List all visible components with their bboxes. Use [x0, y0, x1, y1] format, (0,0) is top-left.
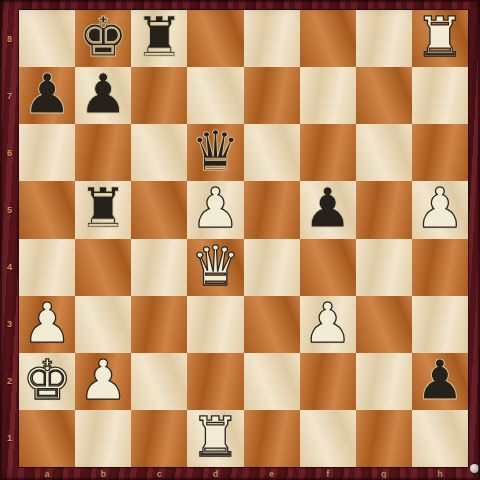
square-a8[interactable] [19, 10, 75, 67]
piece-white-pawn[interactable]: ♟ [415, 181, 464, 236]
square-b2[interactable]: ♟ [75, 353, 131, 410]
square-f6[interactable] [300, 124, 356, 181]
square-f2[interactable] [300, 353, 356, 410]
file-label-e: e [244, 467, 300, 480]
white-to-move-indicator [470, 464, 479, 473]
file-label-c: c [131, 467, 187, 480]
square-g3[interactable] [356, 296, 412, 353]
square-d3[interactable] [187, 296, 243, 353]
square-c2[interactable] [131, 353, 187, 410]
piece-black-pawn[interactable]: ♟ [415, 353, 464, 408]
square-b8[interactable]: ♚ [75, 10, 131, 67]
square-f7[interactable] [300, 67, 356, 124]
piece-black-pawn[interactable]: ♟ [22, 67, 71, 122]
square-e8[interactable] [244, 10, 300, 67]
rank-label-2: 2 [0, 353, 19, 410]
square-b1[interactable] [75, 410, 131, 467]
rank-label-6: 6 [0, 124, 19, 181]
piece-white-pawn[interactable]: ♟ [303, 296, 352, 351]
square-d4[interactable]: ♛ [187, 239, 243, 296]
piece-black-king[interactable]: ♚ [79, 10, 128, 65]
square-e6[interactable] [244, 124, 300, 181]
square-h6[interactable] [412, 124, 468, 181]
rank-labels: 87654321 [0, 10, 19, 467]
file-label-d: d [187, 467, 243, 480]
square-b7[interactable]: ♟ [75, 67, 131, 124]
square-c6[interactable] [131, 124, 187, 181]
square-g2[interactable] [356, 353, 412, 410]
square-b6[interactable] [75, 124, 131, 181]
square-a5[interactable] [19, 181, 75, 238]
square-d5[interactable]: ♟ [187, 181, 243, 238]
piece-black-pawn[interactable]: ♟ [303, 181, 352, 236]
square-f5[interactable]: ♟ [300, 181, 356, 238]
square-h5[interactable]: ♟ [412, 181, 468, 238]
square-e3[interactable] [244, 296, 300, 353]
file-label-g: g [356, 467, 412, 480]
square-b5[interactable]: ♜ [75, 181, 131, 238]
square-e1[interactable] [244, 410, 300, 467]
square-h7[interactable] [412, 67, 468, 124]
square-h4[interactable] [412, 239, 468, 296]
square-h2[interactable]: ♟ [412, 353, 468, 410]
square-g4[interactable] [356, 239, 412, 296]
square-h8[interactable]: ♜ [412, 10, 468, 67]
piece-black-rook[interactable]: ♜ [135, 10, 184, 65]
square-c7[interactable] [131, 67, 187, 124]
square-a1[interactable] [19, 410, 75, 467]
file-label-a: a [19, 467, 75, 480]
rank-label-7: 7 [0, 67, 19, 124]
square-c1[interactable] [131, 410, 187, 467]
chess-board-frame: ♚♜♜♟♟♛♜♟♟♟♛♟♟♚♟♟♜ 87654321 abcdefgh [0, 0, 480, 480]
square-d2[interactable] [187, 353, 243, 410]
square-g7[interactable] [356, 67, 412, 124]
square-c8[interactable]: ♜ [131, 10, 187, 67]
piece-white-rook[interactable]: ♜ [415, 10, 464, 65]
square-f1[interactable] [300, 410, 356, 467]
square-a6[interactable] [19, 124, 75, 181]
piece-white-king[interactable]: ♚ [22, 353, 71, 408]
square-d7[interactable] [187, 67, 243, 124]
square-e5[interactable] [244, 181, 300, 238]
square-c4[interactable] [131, 239, 187, 296]
piece-white-pawn[interactable]: ♟ [79, 353, 128, 408]
square-e2[interactable] [244, 353, 300, 410]
square-g1[interactable] [356, 410, 412, 467]
square-f8[interactable] [300, 10, 356, 67]
square-a4[interactable] [19, 239, 75, 296]
rank-label-1: 1 [0, 410, 19, 467]
square-b4[interactable] [75, 239, 131, 296]
file-labels: abcdefgh [19, 467, 468, 480]
square-h1[interactable] [412, 410, 468, 467]
square-e4[interactable] [244, 239, 300, 296]
square-c5[interactable] [131, 181, 187, 238]
square-a7[interactable]: ♟ [19, 67, 75, 124]
square-g6[interactable] [356, 124, 412, 181]
square-b3[interactable] [75, 296, 131, 353]
file-label-f: f [300, 467, 356, 480]
file-label-h: h [412, 467, 468, 480]
piece-white-pawn[interactable]: ♟ [191, 181, 240, 236]
square-a2[interactable]: ♚ [19, 353, 75, 410]
rank-label-3: 3 [0, 296, 19, 353]
square-a3[interactable]: ♟ [19, 296, 75, 353]
file-label-b: b [75, 467, 131, 480]
square-f3[interactable]: ♟ [300, 296, 356, 353]
piece-black-pawn[interactable]: ♟ [79, 67, 128, 122]
piece-white-rook[interactable]: ♜ [191, 410, 240, 465]
square-c3[interactable] [131, 296, 187, 353]
piece-black-rook[interactable]: ♜ [79, 181, 128, 236]
rank-label-8: 8 [0, 10, 19, 67]
rank-label-5: 5 [0, 181, 19, 238]
rank-label-4: 4 [0, 239, 19, 296]
square-f4[interactable] [300, 239, 356, 296]
piece-black-queen[interactable]: ♛ [191, 124, 240, 179]
square-d8[interactable] [187, 10, 243, 67]
square-h3[interactable] [412, 296, 468, 353]
piece-white-pawn[interactable]: ♟ [22, 296, 71, 351]
square-d1[interactable]: ♜ [187, 410, 243, 467]
chess-board: ♚♜♜♟♟♛♜♟♟♟♛♟♟♚♟♟♜ [19, 10, 468, 467]
square-e7[interactable] [244, 67, 300, 124]
square-g8[interactable] [356, 10, 412, 67]
square-d6[interactable]: ♛ [187, 124, 243, 181]
piece-white-queen[interactable]: ♛ [191, 239, 240, 294]
square-g5[interactable] [356, 181, 412, 238]
